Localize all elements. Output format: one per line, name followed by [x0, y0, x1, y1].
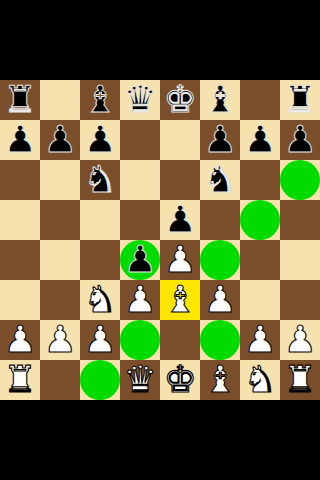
square-a6[interactable] — [0, 160, 40, 200]
piece-white-pawn-f3[interactable]: ♟ — [203, 280, 236, 320]
square-c5[interactable] — [80, 200, 120, 240]
square-h2[interactable]: ♟ — [280, 320, 320, 360]
square-e1[interactable]: ♚ — [160, 360, 200, 400]
bottom-bar — [0, 400, 320, 480]
piece-white-pawn-c2[interactable]: ♟ — [83, 320, 116, 360]
piece-white-knight-g1[interactable]: ♞ — [243, 360, 276, 400]
square-h7[interactable]: ♟ — [280, 120, 320, 160]
piece-white-bishop-f1[interactable]: ♝ — [203, 360, 236, 400]
square-a4[interactable] — [0, 240, 40, 280]
piece-black-pawn-b7[interactable]: ♟ — [43, 120, 76, 160]
square-h3[interactable] — [280, 280, 320, 320]
piece-white-pawn-a2[interactable]: ♟ — [3, 320, 36, 360]
square-b8[interactable] — [40, 80, 80, 120]
square-d4[interactable]: ♟ — [120, 240, 160, 280]
piece-black-pawn-c7[interactable]: ♟ — [83, 120, 116, 160]
square-e3[interactable]: ♝ — [160, 280, 200, 320]
square-g6[interactable] — [240, 160, 280, 200]
square-d2[interactable] — [120, 320, 160, 360]
top-bar — [0, 0, 320, 80]
piece-black-pawn-f7[interactable]: ♟ — [203, 120, 236, 160]
square-d5[interactable] — [120, 200, 160, 240]
square-a5[interactable] — [0, 200, 40, 240]
piece-black-knight-f6[interactable]: ♞ — [203, 160, 236, 200]
square-g7[interactable]: ♟ — [240, 120, 280, 160]
piece-black-queen-d8[interactable]: ♛ — [123, 80, 156, 120]
piece-white-pawn-g2[interactable]: ♟ — [243, 320, 276, 360]
piece-white-queen-d1[interactable]: ♛ — [123, 360, 156, 400]
legal-move-indicator-g5[interactable] — [240, 200, 280, 240]
square-a1[interactable]: ♜ — [0, 360, 40, 400]
piece-black-king-e8[interactable]: ♚ — [163, 80, 196, 120]
square-h5[interactable] — [280, 200, 320, 240]
square-e7[interactable] — [160, 120, 200, 160]
square-e8[interactable]: ♚ — [160, 80, 200, 120]
square-c6[interactable]: ♞ — [80, 160, 120, 200]
square-a3[interactable] — [0, 280, 40, 320]
piece-white-bishop-e3[interactable]: ♝ — [163, 280, 196, 320]
square-c4[interactable] — [80, 240, 120, 280]
square-a2[interactable]: ♟ — [0, 320, 40, 360]
square-e6[interactable] — [160, 160, 200, 200]
piece-black-pawn-e5[interactable]: ♟ — [163, 200, 196, 240]
square-b6[interactable] — [40, 160, 80, 200]
square-f5[interactable] — [200, 200, 240, 240]
square-f1[interactable]: ♝ — [200, 360, 240, 400]
square-c8[interactable]: ♝ — [80, 80, 120, 120]
square-b4[interactable] — [40, 240, 80, 280]
legal-move-indicator-h6[interactable] — [280, 160, 320, 200]
square-a7[interactable]: ♟ — [0, 120, 40, 160]
piece-black-bishop-c8[interactable]: ♝ — [83, 80, 116, 120]
piece-black-bishop-f8[interactable]: ♝ — [203, 80, 236, 120]
piece-black-pawn-h7[interactable]: ♟ — [283, 120, 316, 160]
square-c7[interactable]: ♟ — [80, 120, 120, 160]
piece-black-rook-h8[interactable]: ♜ — [283, 80, 316, 120]
square-g8[interactable] — [240, 80, 280, 120]
square-f6[interactable]: ♞ — [200, 160, 240, 200]
square-b3[interactable] — [40, 280, 80, 320]
square-g5[interactable] — [240, 200, 280, 240]
square-c1[interactable] — [80, 360, 120, 400]
square-d3[interactable]: ♟ — [120, 280, 160, 320]
square-c2[interactable]: ♟ — [80, 320, 120, 360]
square-g2[interactable]: ♟ — [240, 320, 280, 360]
piece-black-rook-a8[interactable]: ♜ — [3, 80, 36, 120]
square-h4[interactable] — [280, 240, 320, 280]
square-f2[interactable] — [200, 320, 240, 360]
square-d7[interactable] — [120, 120, 160, 160]
legal-move-indicator-c1[interactable] — [80, 360, 120, 400]
square-h1[interactable]: ♜ — [280, 360, 320, 400]
square-h6[interactable] — [280, 160, 320, 200]
square-b2[interactable]: ♟ — [40, 320, 80, 360]
piece-white-knight-c3[interactable]: ♞ — [83, 280, 116, 320]
square-d8[interactable]: ♛ — [120, 80, 160, 120]
square-d6[interactable] — [120, 160, 160, 200]
square-f8[interactable]: ♝ — [200, 80, 240, 120]
legal-move-indicator-f4[interactable] — [200, 240, 240, 280]
square-b5[interactable] — [40, 200, 80, 240]
square-c3[interactable]: ♞ — [80, 280, 120, 320]
piece-white-rook-a1[interactable]: ♜ — [3, 360, 36, 400]
piece-black-pawn-g7[interactable]: ♟ — [243, 120, 276, 160]
square-a8[interactable]: ♜ — [0, 80, 40, 120]
square-d1[interactable]: ♛ — [120, 360, 160, 400]
square-b1[interactable] — [40, 360, 80, 400]
chess-app-screen: ♜♝♛♚♝♜♟♟♟♟♟♟♞♞♟♟♟♞♟♝♟♟♟♟♟♟♜♛♚♝♞♜ — [0, 0, 320, 480]
square-e5[interactable]: ♟ — [160, 200, 200, 240]
square-f4[interactable] — [200, 240, 240, 280]
piece-white-king-e1[interactable]: ♚ — [163, 360, 196, 400]
legal-move-indicator-d2[interactable] — [120, 320, 160, 360]
piece-white-pawn-d3[interactable]: ♟ — [123, 280, 156, 320]
piece-white-pawn-b2[interactable]: ♟ — [43, 320, 76, 360]
piece-white-rook-h1[interactable]: ♜ — [283, 360, 316, 400]
square-e4[interactable]: ♟ — [160, 240, 200, 280]
piece-black-pawn-d4[interactable]: ♟ — [123, 240, 156, 280]
legal-move-indicator-f2[interactable] — [200, 320, 240, 360]
square-f7[interactable]: ♟ — [200, 120, 240, 160]
square-g4[interactable] — [240, 240, 280, 280]
square-b7[interactable]: ♟ — [40, 120, 80, 160]
square-e2[interactable] — [160, 320, 200, 360]
square-h8[interactable]: ♜ — [280, 80, 320, 120]
square-f3[interactable]: ♟ — [200, 280, 240, 320]
square-g3[interactable] — [240, 280, 280, 320]
piece-white-pawn-e4[interactable]: ♟ — [163, 240, 196, 280]
piece-black-pawn-a7[interactable]: ♟ — [3, 120, 36, 160]
piece-white-pawn-h2[interactable]: ♟ — [283, 320, 316, 360]
chess-board: ♜♝♛♚♝♜♟♟♟♟♟♟♞♞♟♟♟♞♟♝♟♟♟♟♟♟♜♛♚♝♞♜ — [0, 80, 320, 400]
piece-black-knight-c6[interactable]: ♞ — [83, 160, 116, 200]
square-g1[interactable]: ♞ — [240, 360, 280, 400]
